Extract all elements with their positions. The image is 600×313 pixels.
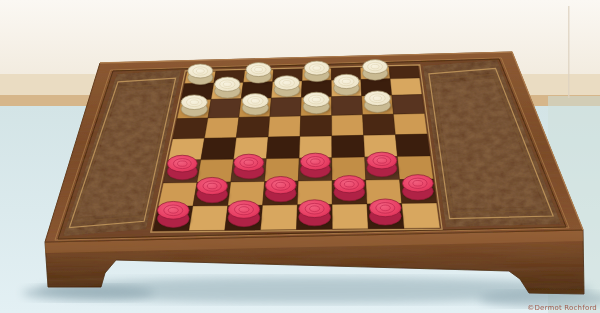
piece-red-a6 bbox=[167, 155, 199, 180]
piece-top bbox=[303, 92, 329, 107]
piece-red-c8 bbox=[228, 201, 262, 227]
piece-top bbox=[304, 61, 329, 75]
square-d4 bbox=[268, 116, 301, 137]
square-c4 bbox=[236, 117, 269, 138]
piece-white-c3 bbox=[242, 94, 270, 116]
piece-red-f7 bbox=[334, 176, 367, 202]
piece-red-h7 bbox=[402, 175, 435, 201]
square-d5 bbox=[266, 137, 300, 159]
piece-top bbox=[363, 60, 388, 74]
square-f5 bbox=[332, 135, 365, 157]
square-b4 bbox=[205, 117, 239, 138]
piece-red-b7 bbox=[197, 177, 230, 203]
square-g4 bbox=[363, 114, 396, 135]
wall-seam bbox=[568, 6, 570, 98]
piece-top bbox=[334, 176, 365, 193]
piece-red-e8 bbox=[299, 200, 333, 226]
scene-svg bbox=[0, 0, 600, 313]
square-e4 bbox=[300, 116, 332, 137]
square-f3 bbox=[332, 96, 363, 116]
piece-white-e1 bbox=[304, 61, 331, 82]
piece-top bbox=[167, 155, 197, 172]
piece-top bbox=[215, 77, 241, 91]
square-h2 bbox=[390, 78, 422, 95]
square-d3 bbox=[270, 97, 302, 116]
piece-white-a3 bbox=[181, 95, 209, 117]
piece-white-c1 bbox=[246, 63, 273, 84]
square-f4 bbox=[332, 115, 364, 136]
square-h8 bbox=[402, 203, 440, 228]
piece-top bbox=[300, 153, 330, 170]
square-b3 bbox=[208, 99, 241, 118]
piece-top bbox=[181, 95, 207, 110]
piece-top bbox=[369, 199, 401, 217]
piece-red-g8 bbox=[369, 199, 403, 225]
piece-top bbox=[299, 200, 331, 218]
photo-canvas: ©Dermot Rochford bbox=[0, 0, 600, 313]
square-h5 bbox=[395, 134, 430, 157]
piece-white-a1 bbox=[188, 64, 215, 85]
square-h1 bbox=[389, 66, 420, 79]
piece-red-e6 bbox=[300, 153, 332, 178]
piece-white-g3 bbox=[364, 91, 392, 113]
piece-top bbox=[265, 176, 296, 193]
piece-white-d2 bbox=[274, 76, 301, 97]
piece-white-f2 bbox=[334, 74, 361, 95]
square-h3 bbox=[392, 95, 425, 115]
piece-red-d7 bbox=[265, 176, 298, 202]
piece-red-c6 bbox=[234, 154, 266, 179]
piece-top bbox=[197, 177, 228, 194]
piece-white-b2 bbox=[215, 77, 242, 98]
piece-top bbox=[234, 154, 264, 171]
piece-white-g1 bbox=[363, 60, 390, 81]
square-f8 bbox=[332, 204, 368, 229]
piece-top bbox=[334, 74, 360, 88]
piece-top bbox=[242, 94, 268, 109]
piece-top bbox=[157, 201, 189, 219]
piece-red-a8 bbox=[157, 201, 191, 227]
square-b8 bbox=[189, 206, 228, 231]
piece-top bbox=[188, 64, 213, 78]
square-a4 bbox=[173, 118, 208, 139]
square-d8 bbox=[261, 205, 298, 230]
square-b5 bbox=[201, 138, 236, 160]
piece-red-g6 bbox=[367, 152, 399, 177]
piece-top bbox=[246, 63, 271, 77]
piece-top bbox=[367, 152, 397, 169]
piece-top bbox=[364, 91, 390, 106]
square-h4 bbox=[394, 114, 428, 135]
photo-watermark: ©Dermot Rochford bbox=[527, 304, 597, 312]
piece-top bbox=[228, 201, 260, 219]
piece-top bbox=[274, 76, 300, 90]
piece-top bbox=[402, 175, 433, 192]
piece-white-e3 bbox=[303, 92, 331, 114]
